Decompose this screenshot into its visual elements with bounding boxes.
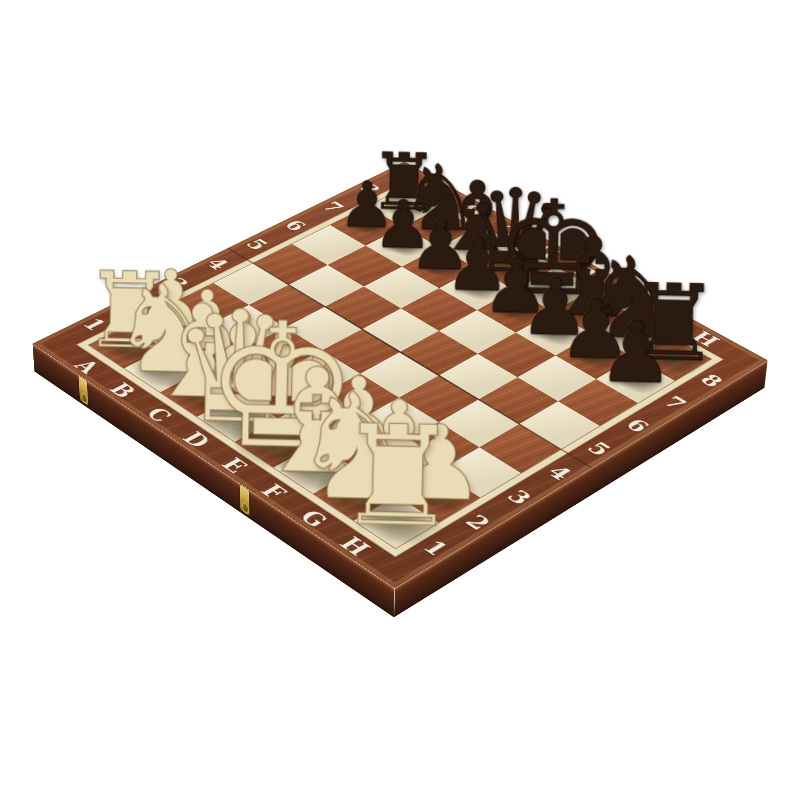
chess-set-photo: AABBCCDDEEFFGGHH1122334455667788 ♜♞♟♝♟♛♟… xyxy=(0,0,800,800)
board-square[interactable] xyxy=(519,401,600,449)
brass-latch xyxy=(78,376,88,406)
chess-board[interactable]: AABBCCDDEEFFGGHH1122334455667788 ♜♞♟♝♟♛♟… xyxy=(32,162,767,589)
scene: AABBCCDDEEFFGGHH1122334455667788 ♜♞♟♝♟♛♟… xyxy=(0,0,800,800)
